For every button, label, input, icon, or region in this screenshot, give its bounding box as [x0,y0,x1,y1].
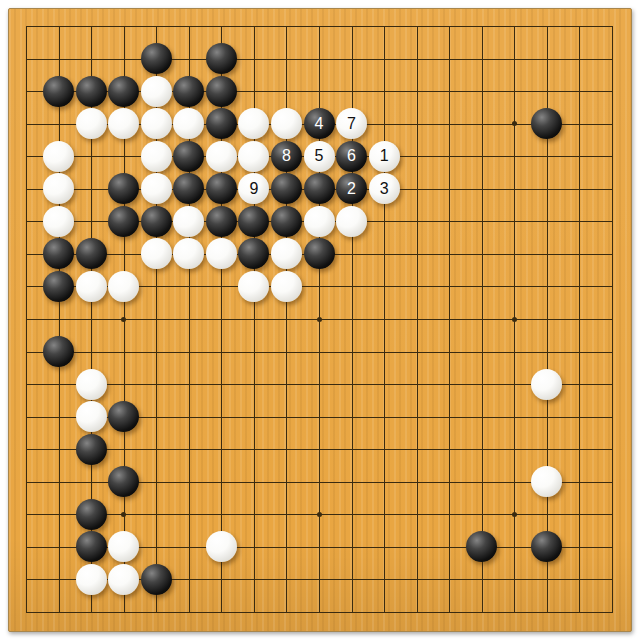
go-board[interactable]: 478561923 [8,8,632,632]
white-stone [108,564,139,595]
white-stone [271,238,302,269]
grid-line-horizontal [26,612,613,613]
move-number-label: 2 [347,181,356,197]
move-number-label: 5 [315,148,324,164]
white-stone [531,369,562,400]
black-stone [76,434,107,465]
star-point [317,512,322,517]
star-point [512,317,517,322]
grid-line-vertical [449,26,450,613]
black-stone [238,238,269,269]
grid-line-horizontal [26,352,613,353]
grid-line-vertical [482,26,483,613]
black-stone [206,206,237,237]
black-stone [271,173,302,204]
white-stone: 7 [336,108,367,139]
white-stone [108,271,139,302]
white-stone [141,173,172,204]
star-point [512,121,517,126]
white-stone [43,173,74,204]
grid-line-vertical [612,26,613,613]
star-point [317,317,322,322]
white-stone [238,141,269,172]
black-stone [173,76,204,107]
black-stone [206,76,237,107]
white-stone [238,108,269,139]
move-number-label: 4 [315,116,324,132]
move-number-label: 6 [347,148,356,164]
star-point [121,512,126,517]
black-stone [531,531,562,562]
white-stone [141,141,172,172]
white-stone [76,369,107,400]
black-stone [141,564,172,595]
black-stone [466,531,497,562]
white-stone [76,401,107,432]
black-stone [43,76,74,107]
white-stone [108,108,139,139]
white-stone [336,206,367,237]
page: 478561923 [0,0,640,640]
black-stone [141,43,172,74]
black-stone: 2 [336,173,367,204]
grid-line-horizontal [26,449,613,450]
black-stone [76,238,107,269]
move-number-label: 3 [380,181,389,197]
move-number-label: 8 [282,148,291,164]
white-stone [76,108,107,139]
black-stone [141,206,172,237]
star-point [121,317,126,322]
black-stone [76,76,107,107]
white-stone [173,108,204,139]
white-stone [43,206,74,237]
black-stone [76,531,107,562]
move-number-label: 7 [347,116,356,132]
white-stone: 9 [238,173,269,204]
white-stone: 3 [369,173,400,204]
grid-line-vertical [579,26,580,613]
black-stone [108,173,139,204]
black-stone: 6 [336,141,367,172]
white-stone [108,531,139,562]
black-stone [173,173,204,204]
white-stone: 1 [369,141,400,172]
black-stone [304,238,335,269]
grid-line-vertical [417,26,418,613]
white-stone [173,238,204,269]
black-stone [206,173,237,204]
star-point [512,512,517,517]
white-stone [141,238,172,269]
black-stone [206,43,237,74]
black-stone [43,336,74,367]
black-stone [108,206,139,237]
white-stone [531,466,562,497]
move-number-label: 1 [380,148,389,164]
black-stone [531,108,562,139]
white-stone [141,108,172,139]
white-stone [43,141,74,172]
white-stone [238,271,269,302]
white-stone [76,564,107,595]
black-stone [108,401,139,432]
black-stone [173,141,204,172]
black-stone [108,76,139,107]
white-stone [173,206,204,237]
white-stone [141,76,172,107]
white-stone [206,238,237,269]
black-stone [43,271,74,302]
white-stone [76,271,107,302]
black-stone [108,466,139,497]
black-stone [238,206,269,237]
black-stone [271,206,302,237]
black-stone [304,173,335,204]
white-stone [271,271,302,302]
white-stone [206,531,237,562]
white-stone [304,206,335,237]
grid-line-horizontal [26,384,613,385]
black-stone [76,499,107,530]
white-stone [206,141,237,172]
black-stone: 4 [304,108,335,139]
black-stone [43,238,74,269]
white-stone: 5 [304,141,335,172]
grid-line-vertical [384,26,385,613]
black-stone: 8 [271,141,302,172]
move-number-label: 9 [249,181,258,197]
white-stone [271,108,302,139]
black-stone [206,108,237,139]
